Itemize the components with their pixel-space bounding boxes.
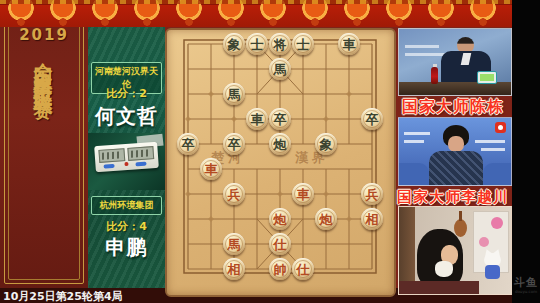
piece-red-兵: 兵 (223, 183, 245, 205)
pink-ornament (479, 237, 489, 247)
overlay-text-line (481, 148, 505, 151)
video-feed-commentator-2 (398, 117, 512, 186)
piece-red-相: 相 (223, 258, 245, 280)
piece-red-兵: 兵 (361, 183, 383, 205)
drinking-cup (435, 261, 453, 277)
stream-logo-icon (495, 122, 506, 133)
red-score: 比分：4 (88, 219, 165, 234)
piece-black-将: 将 (269, 33, 291, 55)
player-info-strip: 河南楚河汉界天伦 比分：2 何文哲 杭州环境集团 比分：4 申鹏 (88, 0, 165, 288)
piece-red-相: 相 (361, 208, 383, 230)
piece-black-車: 車 (246, 108, 268, 130)
piece-red-仕: 仕 (269, 233, 291, 255)
sofa (483, 163, 511, 185)
pink-ornament (491, 217, 503, 229)
piece-black-卒: 卒 (177, 133, 199, 155)
streamer-body (399, 281, 479, 294)
board-pieces: 象士将士車馬馬車卒卒卒卒炮象車兵車兵炮炮相馬仕相帥仕 (167, 30, 394, 295)
commentator-2-face (448, 136, 464, 152)
piece-black-炮: 炮 (269, 133, 291, 155)
douyu-logo: 斗鱼 (513, 275, 539, 290)
letterbox-strip: 斗鱼 douyu.com (512, 0, 540, 303)
piece-black-士: 士 (246, 33, 268, 55)
black-score: 比分：2 (88, 86, 165, 101)
xiangqi-board: 楚河 漢界 象士将士車馬馬車卒卒卒卒炮象車兵車兵炮炮相馬仕相帥仕 (165, 28, 396, 297)
hello-kitty-plush-body (485, 265, 500, 279)
clock-button-right (135, 162, 146, 167)
chess-clock-photo (88, 133, 165, 190)
clock-button-left (103, 164, 114, 169)
piece-black-象: 象 (223, 33, 245, 55)
overlay-text-line (475, 140, 505, 143)
piece-black-車: 車 (338, 33, 360, 55)
desk-clock (477, 71, 497, 84)
piece-black-士: 士 (292, 33, 314, 55)
piece-black-卒: 卒 (361, 108, 383, 130)
piece-red-車: 車 (292, 183, 314, 205)
ukulele (454, 219, 467, 237)
red-player-name: 申鹏 (88, 234, 165, 261)
douyu-site-url: douyu.com (512, 289, 540, 294)
event-year: 2019 (0, 26, 88, 44)
commentator-2-shirt (429, 151, 483, 186)
piece-red-車: 車 (200, 158, 222, 180)
clock-power-led (124, 162, 128, 166)
festive-valance-decoration (0, 0, 512, 27)
piece-red-仕: 仕 (292, 258, 314, 280)
clock-display-left (98, 148, 125, 163)
piece-black-象: 象 (315, 133, 337, 155)
event-title: 全国象棋男子甲级联赛 (31, 48, 57, 280)
event-banner: 2019 全国象棋男子甲级联赛 (0, 0, 88, 288)
overlay-text-line (404, 132, 430, 135)
backdrop-text-line (405, 45, 439, 48)
commentator-1-caption: 国家大师陈栋 (392, 97, 514, 118)
piece-red-炮: 炮 (315, 208, 337, 230)
piece-red-馬: 馬 (223, 233, 245, 255)
round-info-text: 10月25日第25轮第4局 (3, 289, 123, 303)
piece-black-馬: 馬 (269, 58, 291, 80)
red-team-name: 杭州环境集团 (91, 196, 162, 215)
piece-black-卒: 卒 (269, 108, 291, 130)
sofa (399, 163, 429, 185)
commentator-2-caption: 国家大师李越川 (392, 188, 514, 207)
video-feed-streamer (398, 206, 512, 295)
piece-black-卒: 卒 (223, 133, 245, 155)
black-player-name: 何文哲 (88, 103, 165, 130)
broadcast-stage: 2019 全国象棋男子甲级联赛 河南楚河汉界天伦 比分：2 何文哲 杭州环境集团… (0, 0, 540, 303)
cola-bottle (431, 67, 438, 84)
overlay-text-line (404, 140, 424, 143)
video-feed-commentator-1 (398, 28, 512, 96)
clock-display-right (127, 146, 154, 161)
chess-clock (94, 142, 159, 172)
piece-black-馬: 馬 (223, 83, 245, 105)
piece-red-炮: 炮 (269, 208, 291, 230)
piece-red-帥: 帥 (269, 258, 291, 280)
